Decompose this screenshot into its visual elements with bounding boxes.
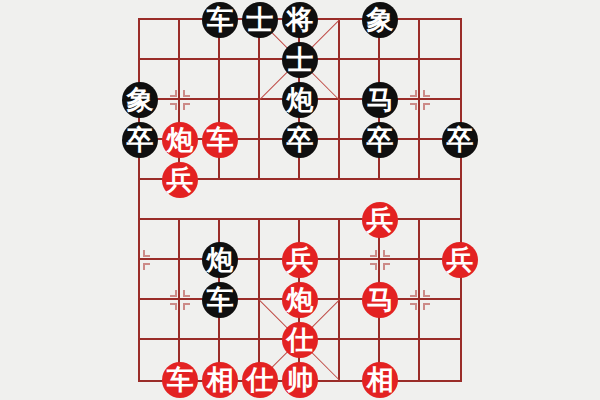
black-chariot[interactable]: 车 — [202, 282, 238, 318]
black-pawn[interactable]: 卒 — [442, 122, 478, 158]
black-general[interactable]: 将 — [282, 2, 318, 38]
black-pawn[interactable]: 卒 — [122, 122, 158, 158]
point-mark — [183, 103, 190, 110]
red-chariot[interactable]: 车 — [162, 362, 198, 398]
red-pawn[interactable]: 兵 — [162, 162, 198, 198]
black-horse[interactable]: 马 — [362, 82, 398, 118]
black-elephant[interactable]: 象 — [362, 2, 398, 38]
red-cannon[interactable]: 炮 — [282, 282, 318, 318]
black-pawn[interactable]: 卒 — [282, 122, 318, 158]
black-chariot[interactable]: 车 — [202, 2, 238, 38]
red-advisor[interactable]: 仕 — [242, 362, 278, 398]
point-mark — [423, 103, 430, 110]
point-mark — [170, 303, 177, 310]
red-advisor[interactable]: 仕 — [282, 322, 318, 358]
red-horse[interactable]: 马 — [362, 282, 398, 318]
black-elephant[interactable]: 象 — [122, 82, 158, 118]
red-chariot[interactable]: 车 — [202, 122, 238, 158]
point-mark — [170, 90, 177, 97]
point-mark — [170, 290, 177, 297]
black-advisor[interactable]: 士 — [282, 42, 318, 78]
point-mark — [410, 290, 417, 297]
black-advisor[interactable]: 士 — [242, 2, 278, 38]
point-mark — [410, 103, 417, 110]
point-mark — [410, 90, 417, 97]
black-pawn[interactable]: 卒 — [362, 122, 398, 158]
board-overlay: 车士将象士象炮马卒卒卒卒炮车炮车兵兵兵兵炮马仕车相仕帅相 — [140, 20, 460, 380]
red-cannon[interactable]: 炮 — [162, 122, 198, 158]
black-cannon[interactable]: 炮 — [202, 242, 238, 278]
point-mark — [183, 303, 190, 310]
point-mark — [370, 263, 377, 270]
point-mark — [143, 263, 150, 270]
point-mark — [143, 250, 150, 257]
point-mark — [383, 250, 390, 257]
point-mark — [410, 303, 417, 310]
red-pawn[interactable]: 兵 — [362, 202, 398, 238]
red-pawn[interactable]: 兵 — [442, 242, 478, 278]
point-mark — [370, 250, 377, 257]
point-mark — [170, 103, 177, 110]
point-mark — [183, 90, 190, 97]
red-general[interactable]: 帅 — [282, 362, 318, 398]
black-cannon[interactable]: 炮 — [282, 82, 318, 118]
red-elephant[interactable]: 相 — [362, 362, 398, 398]
red-pawn[interactable]: 兵 — [282, 242, 318, 278]
point-mark — [423, 290, 430, 297]
point-mark — [423, 90, 430, 97]
point-mark — [423, 303, 430, 310]
xiangqi-app-canvas: 车士将象士象炮马卒卒卒卒炮车炮车兵兵兵兵炮马仕车相仕帅相 — [0, 0, 600, 400]
point-mark — [383, 263, 390, 270]
red-elephant[interactable]: 相 — [202, 362, 238, 398]
point-mark — [183, 290, 190, 297]
